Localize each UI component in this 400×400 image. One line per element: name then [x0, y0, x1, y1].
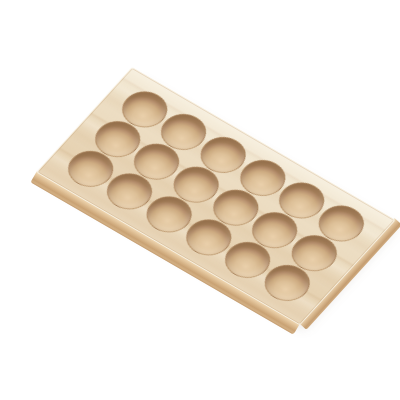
pit-grid — [57, 83, 375, 310]
product-photo-scene — [0, 0, 400, 400]
